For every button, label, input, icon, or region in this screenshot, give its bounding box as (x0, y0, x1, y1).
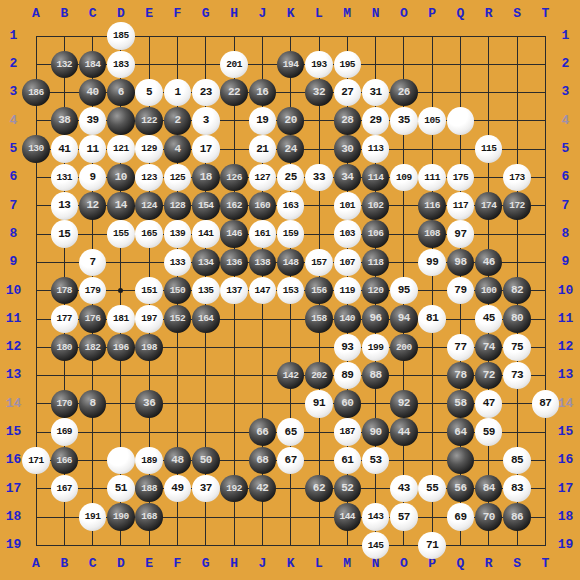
stone-white-135: 135 (192, 277, 220, 305)
stone-black-72: 72 (475, 362, 503, 390)
stone-black-128: 128 (164, 192, 192, 220)
stone-black-38: 38 (51, 107, 79, 135)
stone-black-124: 124 (135, 192, 163, 220)
stone-black-80: 80 (503, 305, 531, 333)
stone-black-66: 66 (249, 418, 277, 446)
stone-white-183: 183 (107, 51, 135, 79)
stone-black-114: 114 (362, 164, 390, 192)
stone-white-197: 197 (135, 305, 163, 333)
stone-white-99: 99 (418, 249, 446, 277)
stone-white-201: 201 (220, 51, 248, 79)
stone-white-79: 79 (447, 277, 475, 305)
stone-black-2: 2 (164, 107, 192, 135)
stone-white-129: 129 (135, 135, 163, 163)
stone-white-51: 51 (107, 475, 135, 503)
stone-black-52: 52 (334, 475, 362, 503)
stone-black-138: 138 (249, 249, 277, 277)
stone-black-92: 92 (390, 390, 418, 418)
stone-white-169: 169 (51, 418, 79, 446)
stone-white-133: 133 (164, 249, 192, 277)
stone-black-176: 176 (79, 305, 107, 333)
stone-black-62: 62 (305, 475, 333, 503)
stone-white-107: 107 (334, 249, 362, 277)
stone-black-162: 162 (220, 192, 248, 220)
stone-white-191: 191 (79, 503, 107, 531)
stone-white-101: 101 (334, 192, 362, 220)
stone-white-45: 45 (475, 305, 503, 333)
stone-black-190: 190 (107, 503, 135, 531)
stone-black-102: 102 (362, 192, 390, 220)
stone-white-131: 131 (51, 164, 79, 192)
stone-black-144: 144 (334, 503, 362, 531)
stone-black-26: 26 (390, 79, 418, 107)
stone-white-159: 159 (277, 220, 305, 248)
stone-black-180: 180 (51, 334, 79, 362)
stone-white-25: 25 (277, 164, 305, 192)
stone-white-115: 115 (475, 135, 503, 163)
stone-white-119: 119 (334, 277, 362, 305)
stone-white-147: 147 (249, 277, 277, 305)
stone-white-109: 109 (390, 164, 418, 192)
stone-black-196: 196 (107, 334, 135, 362)
stone-black-44: 44 (390, 418, 418, 446)
stone-white-13: 13 (51, 192, 79, 220)
stone-white-7: 7 (79, 249, 107, 277)
stone-black-126: 126 (220, 164, 248, 192)
stone-black-198: 198 (135, 334, 163, 362)
stone-black-28: 28 (334, 107, 362, 135)
stone-white-43: 43 (390, 475, 418, 503)
stone-white-199: 199 (362, 334, 390, 362)
stone-black-70: 70 (475, 503, 503, 531)
stone-black-132: 132 (51, 51, 79, 79)
stone-black-96: 96 (362, 305, 390, 333)
stone-black-50: 50 (192, 447, 220, 475)
stone-black-170: 170 (51, 390, 79, 418)
stone-white-181: 181 (107, 305, 135, 333)
stone-black-24: 24 (277, 135, 305, 163)
stone-white-121: 121 (107, 135, 135, 163)
stone-white-105: 105 (418, 107, 446, 135)
stone-black-172: 172 (503, 192, 531, 220)
stone-black-184: 184 (79, 51, 107, 79)
stone-white-3: 3 (192, 107, 220, 135)
stone-white-111: 111 (418, 164, 446, 192)
stone-white-145: 145 (362, 532, 390, 560)
stone-white-75: 75 (503, 334, 531, 362)
stone-black-42: 42 (249, 475, 277, 503)
stone-black-108: 108 (418, 220, 446, 248)
stone-white-187: 187 (334, 418, 362, 446)
stone-white-171: 171 (22, 447, 50, 475)
stone-white-85: 85 (503, 447, 531, 475)
stone-black-188: 188 (135, 475, 163, 503)
stone-black-100: 100 (475, 277, 503, 305)
stone-black-140: 140 (334, 305, 362, 333)
stone-black-148: 148 (277, 249, 305, 277)
stone-black-88: 88 (362, 362, 390, 390)
stone-white-23: 23 (192, 79, 220, 107)
stone-white-95: 95 (390, 277, 418, 305)
stone-white-97: 97 (447, 220, 475, 248)
stone-white-39: 39 (79, 107, 107, 135)
stone-white-179: 179 (79, 277, 107, 305)
stone-white-153: 153 (277, 277, 305, 305)
stone-black-20: 20 (277, 107, 305, 135)
stone-white-175: 175 (447, 164, 475, 192)
stone-white-55: 55 (418, 475, 446, 503)
stone-white-setup (447, 107, 475, 135)
stone-black-10: 10 (107, 164, 135, 192)
stone-white-125: 125 (164, 164, 192, 192)
stone-black-82: 82 (503, 277, 531, 305)
goban[interactable]: ABCDEFGHJKLMNOPQRST ABCDEFGHJKLMNOPQRST … (0, 0, 580, 580)
stone-white-195: 195 (334, 51, 362, 79)
stone-black-setup (107, 107, 135, 135)
stone-black-58: 58 (447, 390, 475, 418)
stone-black-146: 146 (220, 220, 248, 248)
stone-black-156: 156 (305, 277, 333, 305)
stone-black-36: 36 (135, 390, 163, 418)
stone-white-11: 11 (79, 135, 107, 163)
stone-black-200: 200 (390, 334, 418, 362)
stone-black-46: 46 (475, 249, 503, 277)
stone-white-69: 69 (447, 503, 475, 531)
stone-white-127: 127 (249, 164, 277, 192)
stone-white-27: 27 (334, 79, 362, 107)
stone-black-32: 32 (305, 79, 333, 107)
stone-black-122: 122 (135, 107, 163, 135)
stone-black-4: 4 (164, 135, 192, 163)
stone-white-29: 29 (362, 107, 390, 135)
stone-black-12: 12 (79, 192, 107, 220)
stone-black-74: 74 (475, 334, 503, 362)
stone-white-141: 141 (192, 220, 220, 248)
stone-black-202: 202 (305, 362, 333, 390)
stone-white-143: 143 (362, 503, 390, 531)
stone-white-157: 157 (305, 249, 333, 277)
stone-black-64: 64 (447, 418, 475, 446)
stone-white-193: 193 (305, 51, 333, 79)
stone-black-118: 118 (362, 249, 390, 277)
stone-black-40: 40 (79, 79, 107, 107)
stone-black-34: 34 (334, 164, 362, 192)
stone-white-17: 17 (192, 135, 220, 163)
stone-black-142: 142 (277, 362, 305, 390)
stone-black-22: 22 (220, 79, 248, 107)
stone-white-41: 41 (51, 135, 79, 163)
stone-black-8: 8 (79, 390, 107, 418)
stone-white-9: 9 (79, 164, 107, 192)
stone-black-setup (447, 447, 475, 475)
stone-black-18: 18 (192, 164, 220, 192)
stone-white-87: 87 (532, 390, 560, 418)
stone-black-134: 134 (192, 249, 220, 277)
stone-black-14: 14 (107, 192, 135, 220)
stone-white-19: 19 (249, 107, 277, 135)
stone-white-65: 65 (277, 418, 305, 446)
stone-white-5: 5 (135, 79, 163, 107)
stone-white-37: 37 (192, 475, 220, 503)
stone-black-136: 136 (220, 249, 248, 277)
stones-layer: 1234567891011121314151617181920212223242… (22, 22, 560, 560)
stone-black-186: 186 (22, 79, 50, 107)
stone-black-130: 130 (22, 135, 50, 163)
stone-black-68: 68 (249, 447, 277, 475)
stone-white-83: 83 (503, 475, 531, 503)
stone-white-89: 89 (334, 362, 362, 390)
stone-white-21: 21 (249, 135, 277, 163)
stone-white-81: 81 (418, 305, 446, 333)
stone-white-103: 103 (334, 220, 362, 248)
stone-white-49: 49 (164, 475, 192, 503)
stone-black-106: 106 (362, 220, 390, 248)
stone-white-185: 185 (107, 22, 135, 50)
stone-white-73: 73 (503, 362, 531, 390)
stone-white-93: 93 (334, 334, 362, 362)
stone-white-71: 71 (418, 532, 446, 560)
stone-white-113: 113 (362, 135, 390, 163)
stone-white-177: 177 (51, 305, 79, 333)
stone-black-86: 86 (503, 503, 531, 531)
stone-white-91: 91 (305, 390, 333, 418)
stone-black-174: 174 (475, 192, 503, 220)
stone-black-160: 160 (249, 192, 277, 220)
stone-white-47: 47 (475, 390, 503, 418)
stone-white-155: 155 (107, 220, 135, 248)
stone-black-94: 94 (390, 305, 418, 333)
stone-white-151: 151 (135, 277, 163, 305)
stone-white-61: 61 (334, 447, 362, 475)
stone-white-59: 59 (475, 418, 503, 446)
stone-white-15: 15 (51, 220, 79, 248)
stone-white-67: 67 (277, 447, 305, 475)
stone-white-77: 77 (447, 334, 475, 362)
stone-black-150: 150 (164, 277, 192, 305)
stone-black-152: 152 (164, 305, 192, 333)
stone-black-116: 116 (418, 192, 446, 220)
stone-black-182: 182 (79, 334, 107, 362)
stone-white-33: 33 (305, 164, 333, 192)
stone-black-178: 178 (51, 277, 79, 305)
stone-black-48: 48 (164, 447, 192, 475)
stone-white-53: 53 (362, 447, 390, 475)
stone-white-1: 1 (164, 79, 192, 107)
stone-black-120: 120 (362, 277, 390, 305)
stone-white-189: 189 (135, 447, 163, 475)
stone-white-117: 117 (447, 192, 475, 220)
stone-white-167: 167 (51, 475, 79, 503)
stone-black-164: 164 (192, 305, 220, 333)
stone-black-6: 6 (107, 79, 135, 107)
stone-white-123: 123 (135, 164, 163, 192)
stone-black-158: 158 (305, 305, 333, 333)
stone-white-137: 137 (220, 277, 248, 305)
stone-white-165: 165 (135, 220, 163, 248)
stone-black-90: 90 (362, 418, 390, 446)
stone-black-78: 78 (447, 362, 475, 390)
stone-black-168: 168 (135, 503, 163, 531)
stone-black-16: 16 (249, 79, 277, 107)
stone-black-192: 192 (220, 475, 248, 503)
stone-black-154: 154 (192, 192, 220, 220)
stone-white-139: 139 (164, 220, 192, 248)
stone-black-84: 84 (475, 475, 503, 503)
stone-white-163: 163 (277, 192, 305, 220)
stone-black-30: 30 (334, 135, 362, 163)
stone-white-setup (107, 447, 135, 475)
stone-white-31: 31 (362, 79, 390, 107)
stone-black-98: 98 (447, 249, 475, 277)
stone-white-161: 161 (249, 220, 277, 248)
stone-black-166: 166 (51, 447, 79, 475)
stone-black-60: 60 (334, 390, 362, 418)
stone-black-194: 194 (277, 51, 305, 79)
stone-white-57: 57 (390, 503, 418, 531)
stone-white-173: 173 (503, 164, 531, 192)
stone-black-56: 56 (447, 475, 475, 503)
stone-white-35: 35 (390, 107, 418, 135)
